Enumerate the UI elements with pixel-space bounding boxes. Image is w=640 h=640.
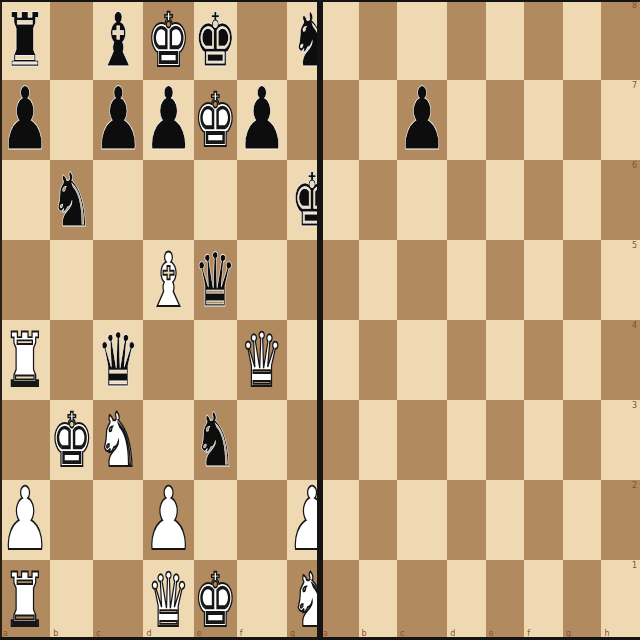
square-f4[interactable]	[524, 320, 563, 400]
board-left-edge-line	[0, 0, 2, 640]
square-e4[interactable]	[486, 320, 525, 400]
white-rook[interactable]: ♜	[4, 562, 47, 636]
square-c7[interactable]: ♟	[397, 80, 447, 160]
square-f4[interactable]: ♛	[237, 320, 287, 400]
square-c1[interactable]: c	[93, 560, 143, 640]
white-king[interactable]: ♚	[50, 402, 93, 476]
square-b7[interactable]	[50, 80, 93, 160]
square-b5[interactable]	[50, 240, 93, 320]
white-king[interactable]: ♚	[147, 2, 190, 76]
black-pawn[interactable]: ♟	[397, 76, 447, 163]
black-knight[interactable]: ♞	[50, 162, 93, 236]
square-f1[interactable]: f	[524, 560, 563, 640]
white-queen[interactable]: ♛	[240, 322, 283, 396]
square-g6[interactable]	[563, 160, 602, 240]
square-c6[interactable]	[397, 160, 447, 240]
square-f5[interactable]	[524, 240, 563, 320]
square-g7[interactable]	[563, 80, 602, 160]
square-d4[interactable]	[143, 320, 193, 400]
square-a8[interactable]	[320, 0, 359, 80]
square-d6[interactable]	[447, 160, 486, 240]
square-c2[interactable]	[93, 480, 143, 560]
square-b3[interactable]: ♚	[50, 400, 93, 480]
square-a4[interactable]	[320, 320, 359, 400]
square-e1[interactable]: e	[486, 560, 525, 640]
rank-label-4: 4	[632, 322, 637, 330]
square-f3[interactable]	[524, 400, 563, 480]
white-king[interactable]: ♚	[194, 562, 237, 636]
square-c5[interactable]	[93, 240, 143, 320]
square-f6[interactable]	[524, 160, 563, 240]
square-b7[interactable]	[359, 80, 398, 160]
square-e5[interactable]	[486, 240, 525, 320]
square-e3[interactable]: ♞	[194, 400, 237, 480]
square-a6[interactable]	[320, 160, 359, 240]
square-h3[interactable]: 3	[601, 400, 640, 480]
square-a4[interactable]: ♜	[0, 320, 50, 400]
square-b1[interactable]: b	[359, 560, 398, 640]
square-g5[interactable]	[563, 240, 602, 320]
dual-board-view: ♜♝♚♚♞♜8♟♟♟♚♟♟7♞♚6♝♛5♜♛♛♟4♚♞♞3♟♟♟♟2♜abc♛d…	[0, 0, 640, 640]
square-g3[interactable]	[563, 400, 602, 480]
square-b2[interactable]	[359, 480, 398, 560]
square-a1[interactable]: a	[320, 560, 359, 640]
black-pawn[interactable]: ♟	[143, 76, 193, 163]
black-pawn[interactable]: ♟	[93, 76, 143, 163]
square-b8[interactable]	[359, 0, 398, 80]
white-king[interactable]: ♚	[194, 82, 237, 156]
square-h4[interactable]: 4	[601, 320, 640, 400]
square-c4[interactable]: ♛	[93, 320, 143, 400]
square-a3[interactable]	[320, 400, 359, 480]
white-queen[interactable]: ♛	[147, 562, 190, 636]
square-b3[interactable]	[359, 400, 398, 480]
square-b4[interactable]	[359, 320, 398, 400]
square-e1[interactable]: ♚e	[194, 560, 237, 640]
square-h6[interactable]: 6	[601, 160, 640, 240]
square-b4[interactable]	[50, 320, 93, 400]
square-e3[interactable]	[486, 400, 525, 480]
square-a5[interactable]	[0, 240, 50, 320]
black-queen[interactable]: ♛	[194, 242, 237, 316]
square-b8[interactable]	[50, 0, 93, 80]
square-a2[interactable]: ♟	[0, 480, 50, 560]
right-chess-board: 8♟765432abcdefg1h	[320, 0, 640, 640]
black-pawn[interactable]: ♟	[0, 76, 50, 163]
square-b6[interactable]	[359, 160, 398, 240]
square-h5[interactable]: 5	[601, 240, 640, 320]
square-e4[interactable]	[194, 320, 237, 400]
square-d7[interactable]	[447, 80, 486, 160]
square-c6[interactable]	[93, 160, 143, 240]
square-a6[interactable]	[0, 160, 50, 240]
square-d5[interactable]	[447, 240, 486, 320]
rank-label-2: 2	[632, 482, 637, 490]
rank-label-7: 7	[632, 82, 637, 90]
square-h2[interactable]: 2	[601, 480, 640, 560]
black-pawn[interactable]: ♟	[237, 76, 287, 163]
square-a7[interactable]: ♟	[0, 80, 50, 160]
square-c7[interactable]: ♟	[93, 80, 143, 160]
square-e8[interactable]: ♚	[194, 0, 237, 80]
left-chess-board: ♜♝♚♚♞♜8♟♟♟♚♟♟7♞♚6♝♛5♜♛♛♟4♚♞♞3♟♟♟♟2♜abc♛d…	[0, 0, 320, 640]
square-c3[interactable]: ♞	[93, 400, 143, 480]
white-bishop[interactable]: ♝	[147, 242, 190, 316]
square-d7[interactable]: ♟	[143, 80, 193, 160]
square-d5[interactable]: ♝	[143, 240, 193, 320]
square-e2[interactable]	[194, 480, 237, 560]
black-king[interactable]: ♚	[194, 2, 237, 76]
black-knight[interactable]: ♞	[194, 402, 237, 476]
square-d2[interactable]: ♟	[143, 480, 193, 560]
black-queen[interactable]: ♛	[97, 322, 140, 396]
square-f2[interactable]	[524, 480, 563, 560]
square-e6[interactable]	[486, 160, 525, 240]
rank-label-8: 8	[632, 2, 637, 10]
square-f5[interactable]	[237, 240, 287, 320]
board-divider-line	[317, 0, 323, 640]
square-e6[interactable]	[194, 160, 237, 240]
black-rook[interactable]: ♜	[4, 2, 47, 76]
square-f1[interactable]: f	[237, 560, 287, 640]
square-f2[interactable]	[237, 480, 287, 560]
rank-label-1: 1	[632, 562, 637, 570]
square-e5[interactable]: ♛	[194, 240, 237, 320]
square-h7[interactable]: 7	[601, 80, 640, 160]
square-c5[interactable]	[397, 240, 447, 320]
square-c4[interactable]	[397, 320, 447, 400]
black-bishop[interactable]: ♝	[97, 2, 140, 76]
square-a7[interactable]	[320, 80, 359, 160]
rank-label-5: 5	[632, 242, 637, 250]
square-h8[interactable]: 8	[601, 0, 640, 80]
white-knight[interactable]: ♞	[97, 402, 140, 476]
square-d8[interactable]	[447, 0, 486, 80]
square-g2[interactable]	[563, 480, 602, 560]
square-e8[interactable]	[486, 0, 525, 80]
square-e7[interactable]	[486, 80, 525, 160]
square-e7[interactable]: ♚	[194, 80, 237, 160]
square-b5[interactable]	[359, 240, 398, 320]
square-h1[interactable]: 1h	[601, 560, 640, 640]
square-c3[interactable]	[397, 400, 447, 480]
square-a1[interactable]: ♜a	[0, 560, 50, 640]
square-b6[interactable]: ♞	[50, 160, 93, 240]
rank-label-3: 3	[632, 402, 637, 410]
square-b2[interactable]	[50, 480, 93, 560]
square-d2[interactable]	[447, 480, 486, 560]
square-e2[interactable]	[486, 480, 525, 560]
square-f3[interactable]	[237, 400, 287, 480]
square-d4[interactable]	[447, 320, 486, 400]
white-rook[interactable]: ♜	[4, 322, 47, 396]
square-f6[interactable]	[237, 160, 287, 240]
square-d6[interactable]	[143, 160, 193, 240]
square-d3[interactable]	[447, 400, 486, 480]
square-c1[interactable]: c	[397, 560, 447, 640]
square-g1[interactable]: g	[563, 560, 602, 640]
square-f7[interactable]	[524, 80, 563, 160]
square-d1[interactable]: d	[447, 560, 486, 640]
square-d1[interactable]: ♛d	[143, 560, 193, 640]
rank-label-6: 6	[632, 162, 637, 170]
square-c2[interactable]	[397, 480, 447, 560]
square-g4[interactable]	[563, 320, 602, 400]
square-a5[interactable]	[320, 240, 359, 320]
square-b1[interactable]: b	[50, 560, 93, 640]
square-f8[interactable]	[524, 0, 563, 80]
square-a2[interactable]	[320, 480, 359, 560]
square-g8[interactable]	[563, 0, 602, 80]
white-pawn[interactable]: ♟	[0, 476, 50, 563]
white-pawn[interactable]: ♟	[143, 476, 193, 563]
square-f7[interactable]: ♟	[237, 80, 287, 160]
